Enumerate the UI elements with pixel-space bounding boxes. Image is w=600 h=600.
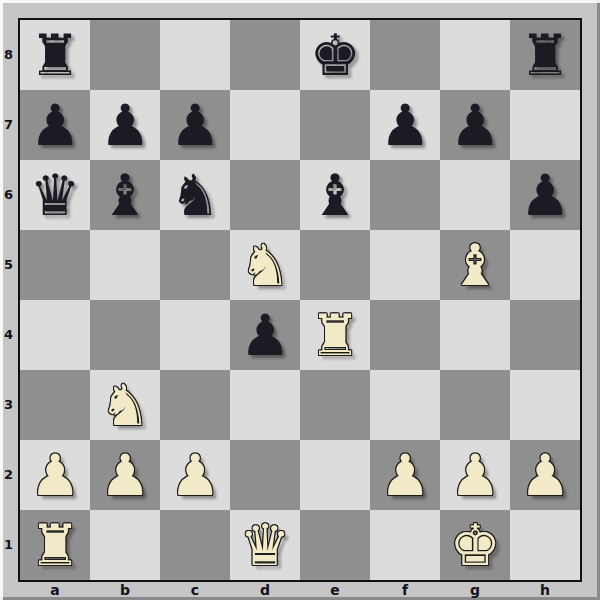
black-rook-h8: ♜ (519, 20, 570, 90)
white-pawn-a2: ♟ (29, 440, 80, 510)
square-d7[interactable] (230, 90, 300, 160)
chess-board: ♜♚♜♟♟♟♟♟♛♝♞♝♟♞♝♟♜♞♟♟♟♟♟♟♜♛♚ (18, 18, 582, 582)
white-pawn-b2: ♟ (99, 440, 150, 510)
square-e4[interactable]: ♜ (300, 300, 370, 370)
file-label-a: a (20, 582, 90, 600)
black-king-e8: ♚ (309, 20, 360, 90)
white-queen-d1: ♛ (239, 510, 290, 580)
square-h8[interactable]: ♜ (510, 20, 580, 90)
square-e2[interactable] (300, 440, 370, 510)
white-pawn-g2: ♟ (449, 440, 500, 510)
rank-label-8: 8 (0, 20, 17, 90)
square-c8[interactable] (160, 20, 230, 90)
square-b2[interactable]: ♟ (90, 440, 160, 510)
black-pawn-h6: ♟ (519, 160, 570, 230)
square-f4[interactable] (370, 300, 440, 370)
black-bishop-e6: ♝ (309, 160, 360, 230)
square-c1[interactable] (160, 510, 230, 580)
square-f7[interactable]: ♟ (370, 90, 440, 160)
black-pawn-c7: ♟ (169, 90, 220, 160)
square-g3[interactable] (440, 370, 510, 440)
square-a8[interactable]: ♜ (20, 20, 90, 90)
black-pawn-b7: ♟ (99, 90, 150, 160)
board-frame: 87654321 ♜♚♜♟♟♟♟♟♛♝♞♝♟♞♝♟♜♞♟♟♟♟♟♟♜♛♚ abc… (0, 0, 600, 600)
black-knight-c6: ♞ (169, 160, 220, 230)
square-g2[interactable]: ♟ (440, 440, 510, 510)
square-c6[interactable]: ♞ (160, 160, 230, 230)
white-knight-d5: ♞ (239, 230, 290, 300)
square-f1[interactable] (370, 510, 440, 580)
square-b1[interactable] (90, 510, 160, 580)
square-h3[interactable] (510, 370, 580, 440)
black-pawn-g7: ♟ (449, 90, 500, 160)
square-b3[interactable]: ♞ (90, 370, 160, 440)
rank-label-5: 5 (0, 230, 17, 300)
square-e7[interactable] (300, 90, 370, 160)
white-pawn-c2: ♟ (169, 440, 220, 510)
square-e8[interactable]: ♚ (300, 20, 370, 90)
square-c7[interactable]: ♟ (160, 90, 230, 160)
square-e1[interactable] (300, 510, 370, 580)
square-b7[interactable]: ♟ (90, 90, 160, 160)
white-king-g1: ♚ (449, 510, 500, 580)
square-c3[interactable] (160, 370, 230, 440)
square-g6[interactable] (440, 160, 510, 230)
square-a7[interactable]: ♟ (20, 90, 90, 160)
square-c5[interactable] (160, 230, 230, 300)
white-knight-b3: ♞ (99, 370, 150, 440)
square-e5[interactable] (300, 230, 370, 300)
square-d6[interactable] (230, 160, 300, 230)
square-a6[interactable]: ♛ (20, 160, 90, 230)
square-a3[interactable] (20, 370, 90, 440)
white-pawn-h2: ♟ (519, 440, 570, 510)
square-g5[interactable]: ♝ (440, 230, 510, 300)
square-f6[interactable] (370, 160, 440, 230)
square-b6[interactable]: ♝ (90, 160, 160, 230)
square-b4[interactable] (90, 300, 160, 370)
square-f5[interactable] (370, 230, 440, 300)
square-d2[interactable] (230, 440, 300, 510)
white-pawn-f2: ♟ (379, 440, 430, 510)
square-d3[interactable] (230, 370, 300, 440)
file-labels: abcdefgh (18, 582, 582, 600)
file-label-d: d (230, 582, 300, 600)
white-rook-a1: ♜ (29, 510, 80, 580)
file-label-f: f (370, 582, 440, 600)
black-queen-a6: ♛ (29, 160, 80, 230)
square-g1[interactable]: ♚ (440, 510, 510, 580)
rank-label-1: 1 (0, 510, 17, 580)
square-h7[interactable] (510, 90, 580, 160)
rank-label-7: 7 (0, 90, 17, 160)
square-f2[interactable]: ♟ (370, 440, 440, 510)
white-bishop-g5: ♝ (449, 230, 500, 300)
square-h1[interactable] (510, 510, 580, 580)
square-e3[interactable] (300, 370, 370, 440)
file-label-c: c (160, 582, 230, 600)
rank-label-4: 4 (0, 300, 17, 370)
black-pawn-d4: ♟ (239, 300, 290, 370)
white-rook-e4: ♜ (309, 300, 360, 370)
square-g7[interactable]: ♟ (440, 90, 510, 160)
square-h6[interactable]: ♟ (510, 160, 580, 230)
square-h5[interactable] (510, 230, 580, 300)
square-a4[interactable] (20, 300, 90, 370)
rank-label-2: 2 (0, 440, 17, 510)
rank-labels: 87654321 (0, 18, 18, 582)
rank-label-3: 3 (0, 370, 17, 440)
square-c2[interactable]: ♟ (160, 440, 230, 510)
square-c4[interactable] (160, 300, 230, 370)
square-f3[interactable] (370, 370, 440, 440)
file-label-h: h (510, 582, 580, 600)
square-a2[interactable]: ♟ (20, 440, 90, 510)
square-g8[interactable] (440, 20, 510, 90)
square-a1[interactable]: ♜ (20, 510, 90, 580)
square-h2[interactable]: ♟ (510, 440, 580, 510)
square-d4[interactable]: ♟ (230, 300, 300, 370)
square-d8[interactable] (230, 20, 300, 90)
square-b8[interactable] (90, 20, 160, 90)
square-a5[interactable] (20, 230, 90, 300)
black-rook-a8: ♜ (29, 20, 80, 90)
square-e6[interactable]: ♝ (300, 160, 370, 230)
file-label-g: g (440, 582, 510, 600)
square-g4[interactable] (440, 300, 510, 370)
square-b5[interactable] (90, 230, 160, 300)
square-f8[interactable] (370, 20, 440, 90)
black-pawn-a7: ♟ (29, 90, 80, 160)
square-d5[interactable]: ♞ (230, 230, 300, 300)
rank-label-6: 6 (0, 160, 17, 230)
square-d1[interactable]: ♛ (230, 510, 300, 580)
file-label-b: b (90, 582, 160, 600)
black-pawn-f7: ♟ (379, 90, 430, 160)
square-h4[interactable] (510, 300, 580, 370)
black-bishop-b6: ♝ (99, 160, 150, 230)
file-label-e: e (300, 582, 370, 600)
